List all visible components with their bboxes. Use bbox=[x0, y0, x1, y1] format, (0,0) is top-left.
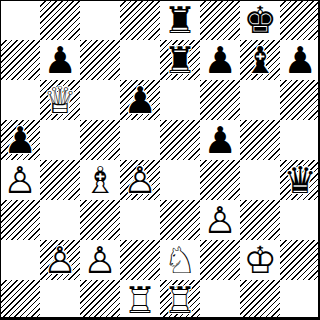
square-e2[interactable]: ♞♘ bbox=[160, 240, 200, 280]
square-g6[interactable] bbox=[240, 80, 280, 120]
square-a7[interactable] bbox=[0, 40, 40, 80]
chess-board: ♜♚♟♜♟♝♟♛♕♟♟♟♟♙♝♗♟♙♛♟♙♟♙♟♙♞♘♚♔♜♖♜♖ bbox=[0, 0, 320, 320]
piece-black-queen[interactable]: ♛ bbox=[280, 160, 320, 200]
square-c7[interactable] bbox=[80, 40, 120, 80]
piece-black-rook[interactable]: ♜ bbox=[160, 40, 200, 80]
square-d5[interactable] bbox=[120, 120, 160, 160]
square-e8[interactable]: ♜ bbox=[160, 0, 200, 40]
piece-black-king[interactable]: ♚ bbox=[240, 0, 280, 40]
piece-glyph: ♙ bbox=[0, 160, 40, 200]
square-b2[interactable]: ♟♙ bbox=[40, 240, 80, 280]
square-a6[interactable] bbox=[0, 80, 40, 120]
piece-white-pawn[interactable]: ♟♙ bbox=[120, 160, 160, 200]
square-h7[interactable]: ♟ bbox=[280, 40, 320, 80]
piece-black-bishop[interactable]: ♝ bbox=[240, 40, 280, 80]
piece-glyph: ♟ bbox=[200, 120, 240, 160]
square-g3[interactable] bbox=[240, 200, 280, 240]
square-c6[interactable] bbox=[80, 80, 120, 120]
square-a3[interactable] bbox=[0, 200, 40, 240]
piece-black-pawn[interactable]: ♟ bbox=[280, 40, 320, 80]
square-h8[interactable] bbox=[280, 0, 320, 40]
piece-black-pawn[interactable]: ♟ bbox=[200, 120, 240, 160]
piece-glyph: ♟ bbox=[280, 40, 320, 80]
square-f4[interactable] bbox=[200, 160, 240, 200]
square-g8[interactable]: ♚ bbox=[240, 0, 280, 40]
piece-glyph: ♟ bbox=[40, 40, 80, 80]
piece-white-rook[interactable]: ♜♖ bbox=[120, 280, 160, 320]
chess-diagram: ♜♚♟♜♟♝♟♛♕♟♟♟♟♙♝♗♟♙♛♟♙♟♙♟♙♞♘♚♔♜♖♜♖ bbox=[0, 0, 320, 320]
square-c3[interactable] bbox=[80, 200, 120, 240]
piece-black-rook[interactable]: ♜ bbox=[160, 0, 200, 40]
square-a4[interactable]: ♟♙ bbox=[0, 160, 40, 200]
piece-glyph: ♙ bbox=[120, 160, 160, 200]
square-a1[interactable] bbox=[0, 280, 40, 320]
square-h3[interactable] bbox=[280, 200, 320, 240]
square-e3[interactable] bbox=[160, 200, 200, 240]
piece-glyph: ♟ bbox=[0, 120, 40, 160]
square-g2[interactable]: ♚♔ bbox=[240, 240, 280, 280]
piece-glyph: ♖ bbox=[120, 280, 160, 320]
piece-glyph: ♟ bbox=[200, 40, 240, 80]
square-b5[interactable] bbox=[40, 120, 80, 160]
piece-white-king[interactable]: ♚♔ bbox=[240, 240, 280, 280]
square-f2[interactable] bbox=[200, 240, 240, 280]
piece-black-pawn[interactable]: ♟ bbox=[120, 80, 160, 120]
square-c2[interactable]: ♟♙ bbox=[80, 240, 120, 280]
square-f6[interactable] bbox=[200, 80, 240, 120]
piece-white-pawn[interactable]: ♟♙ bbox=[200, 200, 240, 240]
piece-white-pawn[interactable]: ♟♙ bbox=[40, 240, 80, 280]
square-g1[interactable] bbox=[240, 280, 280, 320]
square-c8[interactable] bbox=[80, 0, 120, 40]
piece-white-bishop[interactable]: ♝♗ bbox=[80, 160, 120, 200]
square-g5[interactable] bbox=[240, 120, 280, 160]
square-b3[interactable] bbox=[40, 200, 80, 240]
square-e5[interactable] bbox=[160, 120, 200, 160]
square-f3[interactable]: ♟♙ bbox=[200, 200, 240, 240]
square-a2[interactable] bbox=[0, 240, 40, 280]
square-a8[interactable] bbox=[0, 0, 40, 40]
piece-glyph: ♕ bbox=[40, 80, 80, 120]
square-g7[interactable]: ♝ bbox=[240, 40, 280, 80]
piece-black-pawn[interactable]: ♟ bbox=[40, 40, 80, 80]
piece-glyph: ♜ bbox=[160, 40, 200, 80]
piece-glyph: ♙ bbox=[40, 240, 80, 280]
square-d2[interactable] bbox=[120, 240, 160, 280]
square-h2[interactable] bbox=[280, 240, 320, 280]
square-d6[interactable]: ♟ bbox=[120, 80, 160, 120]
square-e4[interactable] bbox=[160, 160, 200, 200]
square-c4[interactable]: ♝♗ bbox=[80, 160, 120, 200]
piece-glyph: ♙ bbox=[200, 200, 240, 240]
square-a5[interactable]: ♟ bbox=[0, 120, 40, 160]
piece-glyph: ♙ bbox=[80, 240, 120, 280]
square-e6[interactable] bbox=[160, 80, 200, 120]
square-b4[interactable] bbox=[40, 160, 80, 200]
square-d7[interactable] bbox=[120, 40, 160, 80]
piece-glyph: ♝ bbox=[240, 40, 280, 80]
piece-glyph: ♔ bbox=[240, 240, 280, 280]
square-d4[interactable]: ♟♙ bbox=[120, 160, 160, 200]
piece-white-pawn[interactable]: ♟♙ bbox=[80, 240, 120, 280]
square-e1[interactable]: ♜♖ bbox=[160, 280, 200, 320]
square-h6[interactable] bbox=[280, 80, 320, 120]
square-h5[interactable] bbox=[280, 120, 320, 160]
square-h1[interactable] bbox=[280, 280, 320, 320]
piece-glyph: ♘ bbox=[160, 240, 200, 280]
square-g4[interactable] bbox=[240, 160, 280, 200]
square-d8[interactable] bbox=[120, 0, 160, 40]
piece-white-rook[interactable]: ♜♖ bbox=[160, 280, 200, 320]
square-f5[interactable]: ♟ bbox=[200, 120, 240, 160]
piece-black-pawn[interactable]: ♟ bbox=[0, 120, 40, 160]
piece-glyph: ♚ bbox=[240, 0, 280, 40]
square-b1[interactable] bbox=[40, 280, 80, 320]
square-d3[interactable] bbox=[120, 200, 160, 240]
square-f8[interactable] bbox=[200, 0, 240, 40]
piece-glyph: ♗ bbox=[80, 160, 120, 200]
square-c1[interactable] bbox=[80, 280, 120, 320]
piece-white-pawn[interactable]: ♟♙ bbox=[0, 160, 40, 200]
piece-white-knight[interactable]: ♞♘ bbox=[160, 240, 200, 280]
piece-white-queen[interactable]: ♛♕ bbox=[40, 80, 80, 120]
piece-glyph: ♟ bbox=[120, 80, 160, 120]
square-c5[interactable] bbox=[80, 120, 120, 160]
square-e7[interactable]: ♜ bbox=[160, 40, 200, 80]
piece-black-pawn[interactable]: ♟ bbox=[200, 40, 240, 80]
square-b6[interactable]: ♛♕ bbox=[40, 80, 80, 120]
piece-glyph: ♛ bbox=[280, 160, 320, 200]
square-d1[interactable]: ♜♖ bbox=[120, 280, 160, 320]
square-f1[interactable] bbox=[200, 280, 240, 320]
piece-glyph: ♜ bbox=[160, 0, 200, 40]
square-b7[interactable]: ♟ bbox=[40, 40, 80, 80]
square-f7[interactable]: ♟ bbox=[200, 40, 240, 80]
square-b8[interactable] bbox=[40, 0, 80, 40]
piece-glyph: ♖ bbox=[160, 280, 200, 320]
square-h4[interactable]: ♛ bbox=[280, 160, 320, 200]
